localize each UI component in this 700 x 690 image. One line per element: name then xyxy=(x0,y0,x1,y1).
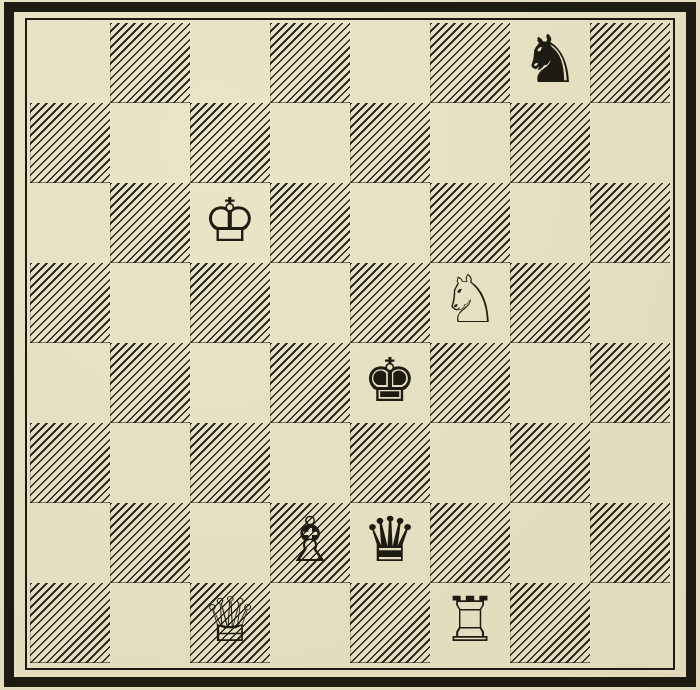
square-e2: ♛ xyxy=(350,503,430,583)
square-f6 xyxy=(430,183,510,263)
square-a4 xyxy=(30,343,110,423)
square-c2 xyxy=(190,503,270,583)
square-c8 xyxy=(190,23,270,103)
square-d8 xyxy=(270,23,350,103)
square-b3 xyxy=(110,423,190,503)
square-c1: ♕ xyxy=(190,583,270,663)
piece-white-bishop: ♗ xyxy=(282,509,338,571)
square-h3 xyxy=(590,423,670,503)
square-e4: ♚ xyxy=(350,343,430,423)
diagram-page: ♞♔♘♚♗♛♕♖ xyxy=(0,0,700,690)
square-g3 xyxy=(510,423,590,503)
square-f4 xyxy=(430,343,510,423)
square-b2 xyxy=(110,503,190,583)
piece-black-king: ♚ xyxy=(363,350,417,410)
square-a2 xyxy=(30,503,110,583)
square-b6 xyxy=(110,183,190,263)
square-a6 xyxy=(30,183,110,263)
square-a8 xyxy=(30,23,110,103)
square-d1 xyxy=(270,583,350,663)
square-b7 xyxy=(110,103,190,183)
square-g5 xyxy=(510,263,590,343)
square-d3 xyxy=(270,423,350,503)
square-h1 xyxy=(590,583,670,663)
piece-white-queen: ♕ xyxy=(202,589,258,651)
square-d2: ♗ xyxy=(270,503,350,583)
square-b8 xyxy=(110,23,190,103)
square-h8 xyxy=(590,23,670,103)
square-g6 xyxy=(510,183,590,263)
square-h4 xyxy=(590,343,670,423)
square-c6: ♔ xyxy=(190,183,270,263)
square-a5 xyxy=(30,263,110,343)
square-b5 xyxy=(110,263,190,343)
square-f5: ♘ xyxy=(430,263,510,343)
square-e6 xyxy=(350,183,430,263)
square-c3 xyxy=(190,423,270,503)
square-e5 xyxy=(350,263,430,343)
square-g1 xyxy=(510,583,590,663)
square-h5 xyxy=(590,263,670,343)
square-g4 xyxy=(510,343,590,423)
square-d7 xyxy=(270,103,350,183)
square-d6 xyxy=(270,183,350,263)
square-g2 xyxy=(510,503,590,583)
square-d5 xyxy=(270,263,350,343)
piece-white-rook: ♖ xyxy=(442,589,498,651)
square-c5 xyxy=(190,263,270,343)
square-a1 xyxy=(30,583,110,663)
square-e8 xyxy=(350,23,430,103)
chess-board: ♞♔♘♚♗♛♕♖ xyxy=(30,23,670,663)
square-f3 xyxy=(430,423,510,503)
piece-white-king: ♔ xyxy=(203,190,257,250)
square-e3 xyxy=(350,423,430,503)
square-h6 xyxy=(590,183,670,263)
piece-white-knight: ♘ xyxy=(440,267,499,333)
square-f1: ♖ xyxy=(430,583,510,663)
square-c7 xyxy=(190,103,270,183)
square-f2 xyxy=(430,503,510,583)
square-b1 xyxy=(110,583,190,663)
piece-black-knight: ♞ xyxy=(520,27,579,93)
square-b4 xyxy=(110,343,190,423)
square-f8 xyxy=(430,23,510,103)
square-e1 xyxy=(350,583,430,663)
square-h7 xyxy=(590,103,670,183)
piece-black-queen: ♛ xyxy=(362,509,418,571)
square-h2 xyxy=(590,503,670,583)
square-e7 xyxy=(350,103,430,183)
square-c4 xyxy=(190,343,270,423)
square-g7 xyxy=(510,103,590,183)
square-d4 xyxy=(270,343,350,423)
square-a3 xyxy=(30,423,110,503)
square-f7 xyxy=(430,103,510,183)
square-a7 xyxy=(30,103,110,183)
square-g8: ♞ xyxy=(510,23,590,103)
